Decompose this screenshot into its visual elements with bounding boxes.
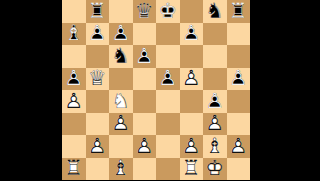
square-d2[interactable]: ♟♙ bbox=[133, 135, 157, 158]
white-bishop: ♝♗ bbox=[203, 135, 227, 158]
square-c7[interactable]: ♟♙ bbox=[109, 23, 133, 46]
piece-outline: ♙ bbox=[180, 135, 204, 158]
white-king: ♚♔ bbox=[203, 158, 227, 181]
square-b1[interactable] bbox=[86, 158, 110, 181]
piece-outline: ♙ bbox=[203, 90, 227, 113]
square-b4[interactable] bbox=[86, 90, 110, 113]
black-pawn: ♟♙ bbox=[227, 68, 251, 91]
piece-outline: ♘ bbox=[109, 90, 133, 113]
square-e1[interactable] bbox=[156, 158, 180, 181]
square-c4[interactable]: ♞♘ bbox=[109, 90, 133, 113]
white-rook: ♜♖ bbox=[62, 158, 86, 181]
square-b3[interactable] bbox=[86, 113, 110, 136]
piece-outline: ♔ bbox=[203, 158, 227, 181]
square-e4[interactable] bbox=[156, 90, 180, 113]
piece-outline: ♔ bbox=[156, 0, 180, 23]
square-g1[interactable]: ♚♔ bbox=[203, 158, 227, 181]
square-a6[interactable] bbox=[62, 45, 86, 68]
black-pawn: ♟♙ bbox=[203, 90, 227, 113]
white-queen: ♛♕ bbox=[86, 68, 110, 91]
piece-outline: ♙ bbox=[156, 68, 180, 91]
square-f1[interactable]: ♜♖ bbox=[180, 158, 204, 181]
square-c2[interactable] bbox=[109, 135, 133, 158]
square-d5[interactable] bbox=[133, 68, 157, 91]
square-h8[interactable]: ♜♖ bbox=[227, 0, 251, 23]
white-pawn: ♟♙ bbox=[180, 68, 204, 91]
piece-outline: ♙ bbox=[227, 135, 251, 158]
square-d7[interactable] bbox=[133, 23, 157, 46]
black-knight: ♞♘ bbox=[109, 45, 133, 68]
square-a8[interactable] bbox=[62, 0, 86, 23]
piece-outline: ♙ bbox=[62, 68, 86, 91]
black-pawn: ♟♙ bbox=[133, 45, 157, 68]
square-g2[interactable]: ♝♗ bbox=[203, 135, 227, 158]
white-pawn: ♟♙ bbox=[180, 135, 204, 158]
square-f6[interactable] bbox=[180, 45, 204, 68]
square-e8[interactable]: ♚♔ bbox=[156, 0, 180, 23]
piece-outline: ♘ bbox=[203, 0, 227, 23]
square-a5[interactable]: ♟♙ bbox=[62, 68, 86, 91]
piece-outline: ♗ bbox=[109, 158, 133, 181]
piece-outline: ♘ bbox=[109, 45, 133, 68]
square-g8[interactable]: ♞♘ bbox=[203, 0, 227, 23]
square-e3[interactable] bbox=[156, 113, 180, 136]
square-c1[interactable]: ♝♗ bbox=[109, 158, 133, 181]
white-pawn: ♟♙ bbox=[86, 135, 110, 158]
square-e6[interactable] bbox=[156, 45, 180, 68]
square-h3[interactable] bbox=[227, 113, 251, 136]
square-h5[interactable]: ♟♙ bbox=[227, 68, 251, 91]
square-e7[interactable] bbox=[156, 23, 180, 46]
piece-outline: ♖ bbox=[180, 158, 204, 181]
square-h1[interactable] bbox=[227, 158, 251, 181]
piece-outline: ♙ bbox=[133, 45, 157, 68]
square-f3[interactable] bbox=[180, 113, 204, 136]
square-e5[interactable]: ♟♙ bbox=[156, 68, 180, 91]
square-b2[interactable]: ♟♙ bbox=[86, 135, 110, 158]
square-c3[interactable]: ♟♙ bbox=[109, 113, 133, 136]
square-b6[interactable] bbox=[86, 45, 110, 68]
piece-outline: ♖ bbox=[227, 0, 251, 23]
piece-outline: ♙ bbox=[180, 68, 204, 91]
piece-outline: ♙ bbox=[62, 90, 86, 113]
black-pawn: ♟♙ bbox=[86, 23, 110, 46]
piece-outline: ♗ bbox=[62, 23, 86, 46]
white-pawn: ♟♙ bbox=[62, 90, 86, 113]
square-d8[interactable]: ♛♕ bbox=[133, 0, 157, 23]
piece-outline: ♙ bbox=[180, 23, 204, 46]
square-g4[interactable]: ♟♙ bbox=[203, 90, 227, 113]
black-pawn: ♟♙ bbox=[180, 23, 204, 46]
white-knight: ♞♘ bbox=[109, 90, 133, 113]
square-d1[interactable] bbox=[133, 158, 157, 181]
white-pawn: ♟♙ bbox=[109, 113, 133, 136]
square-g3[interactable]: ♟♙ bbox=[203, 113, 227, 136]
square-f8[interactable] bbox=[180, 0, 204, 23]
square-d4[interactable] bbox=[133, 90, 157, 113]
piece-outline: ♙ bbox=[86, 135, 110, 158]
square-h7[interactable] bbox=[227, 23, 251, 46]
square-a2[interactable] bbox=[62, 135, 86, 158]
white-pawn: ♟♙ bbox=[133, 135, 157, 158]
square-d6[interactable]: ♟♙ bbox=[133, 45, 157, 68]
square-a3[interactable] bbox=[62, 113, 86, 136]
square-h6[interactable] bbox=[227, 45, 251, 68]
square-c6[interactable]: ♞♘ bbox=[109, 45, 133, 68]
screenshot-background: ♜♖♛♕♚♔♞♘♜♖♝♗♟♙♟♙♟♙♞♘♟♙♟♙♛♕♟♙♟♙♟♙♟♙♞♘♟♙♟♙… bbox=[0, 0, 320, 180]
square-b7[interactable]: ♟♙ bbox=[86, 23, 110, 46]
square-e2[interactable] bbox=[156, 135, 180, 158]
piece-outline: ♖ bbox=[62, 158, 86, 181]
square-g6[interactable] bbox=[203, 45, 227, 68]
black-king: ♚♔ bbox=[156, 0, 180, 23]
black-rook: ♜♖ bbox=[86, 0, 110, 23]
piece-outline: ♗ bbox=[203, 135, 227, 158]
square-c5[interactable] bbox=[109, 68, 133, 91]
piece-outline: ♙ bbox=[109, 113, 133, 136]
white-pawn: ♟♙ bbox=[203, 113, 227, 136]
black-pawn: ♟♙ bbox=[62, 68, 86, 91]
square-g7[interactable] bbox=[203, 23, 227, 46]
square-a7[interactable]: ♝♗ bbox=[62, 23, 86, 46]
black-bishop: ♝♗ bbox=[62, 23, 86, 46]
square-g5[interactable] bbox=[203, 68, 227, 91]
piece-outline: ♕ bbox=[133, 0, 157, 23]
piece-outline: ♙ bbox=[203, 113, 227, 136]
square-f5[interactable]: ♟♙ bbox=[180, 68, 204, 91]
square-a1[interactable]: ♜♖ bbox=[62, 158, 86, 181]
square-h4[interactable] bbox=[227, 90, 251, 113]
square-f2[interactable]: ♟♙ bbox=[180, 135, 204, 158]
piece-outline: ♙ bbox=[109, 23, 133, 46]
square-h2[interactable]: ♟♙ bbox=[227, 135, 251, 158]
white-bishop: ♝♗ bbox=[109, 158, 133, 181]
square-d3[interactable] bbox=[133, 113, 157, 136]
white-pawn: ♟♙ bbox=[227, 135, 251, 158]
black-knight: ♞♘ bbox=[203, 0, 227, 23]
black-rook: ♜♖ bbox=[227, 0, 251, 23]
square-b8[interactable]: ♜♖ bbox=[86, 0, 110, 23]
square-b5[interactable]: ♛♕ bbox=[86, 68, 110, 91]
square-c8[interactable] bbox=[109, 0, 133, 23]
piece-outline: ♕ bbox=[86, 68, 110, 91]
piece-outline: ♖ bbox=[86, 0, 110, 23]
square-f7[interactable]: ♟♙ bbox=[180, 23, 204, 46]
piece-outline: ♙ bbox=[227, 68, 251, 91]
piece-outline: ♙ bbox=[86, 23, 110, 46]
chess-board: ♜♖♛♕♚♔♞♘♜♖♝♗♟♙♟♙♟♙♞♘♟♙♟♙♛♕♟♙♟♙♟♙♟♙♞♘♟♙♟♙… bbox=[62, 0, 250, 180]
black-pawn: ♟♙ bbox=[156, 68, 180, 91]
square-f4[interactable] bbox=[180, 90, 204, 113]
black-queen: ♛♕ bbox=[133, 0, 157, 23]
black-pawn: ♟♙ bbox=[109, 23, 133, 46]
piece-outline: ♙ bbox=[133, 135, 157, 158]
square-a4[interactable]: ♟♙ bbox=[62, 90, 86, 113]
white-rook: ♜♖ bbox=[180, 158, 204, 181]
